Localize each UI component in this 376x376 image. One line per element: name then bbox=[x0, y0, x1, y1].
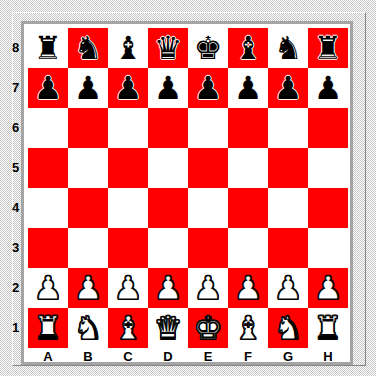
square-e3[interactable] bbox=[188, 228, 228, 268]
square-c7[interactable]: ♟ bbox=[108, 68, 148, 108]
square-d1[interactable]: ♛ bbox=[148, 308, 188, 348]
square-h2[interactable]: ♟ bbox=[308, 268, 348, 308]
square-h5[interactable] bbox=[308, 148, 348, 188]
square-f2[interactable]: ♟ bbox=[228, 268, 268, 308]
square-e1[interactable]: ♚ bbox=[188, 308, 228, 348]
square-f1[interactable]: ♝ bbox=[228, 308, 268, 348]
square-h3[interactable] bbox=[308, 228, 348, 268]
file-label-h: H bbox=[308, 350, 348, 363]
square-a6[interactable] bbox=[28, 108, 68, 148]
square-b1[interactable]: ♞ bbox=[68, 308, 108, 348]
square-e6[interactable] bbox=[188, 108, 228, 148]
square-d6[interactable] bbox=[148, 108, 188, 148]
piece-white-bishop[interactable]: ♝ bbox=[114, 312, 143, 344]
file-label-f: F bbox=[228, 350, 268, 363]
piece-black-pawn[interactable]: ♟ bbox=[194, 72, 223, 104]
square-c6[interactable] bbox=[108, 108, 148, 148]
square-c2[interactable]: ♟ bbox=[108, 268, 148, 308]
file-label-g: G bbox=[268, 350, 308, 363]
square-e7[interactable]: ♟ bbox=[188, 68, 228, 108]
square-d8[interactable]: ♛ bbox=[148, 28, 188, 68]
square-d3[interactable] bbox=[148, 228, 188, 268]
square-f3[interactable] bbox=[228, 228, 268, 268]
piece-white-pawn[interactable]: ♟ bbox=[194, 272, 223, 304]
desktop-background: { "game": "chess", "position": "rnbqkbnr… bbox=[0, 0, 376, 376]
square-g6[interactable] bbox=[268, 108, 308, 148]
piece-white-rook[interactable]: ♜ bbox=[314, 312, 343, 344]
piece-black-pawn[interactable]: ♟ bbox=[34, 72, 63, 104]
square-c1[interactable]: ♝ bbox=[108, 308, 148, 348]
square-b4[interactable] bbox=[68, 188, 108, 228]
square-c4[interactable] bbox=[108, 188, 148, 228]
piece-black-bishop[interactable]: ♝ bbox=[234, 32, 263, 64]
piece-black-bishop[interactable]: ♝ bbox=[114, 32, 143, 64]
chess-board[interactable]: ♜♞♝♛♚♝♞♜♟♟♟♟♟♟♟♟♟♟♟♟♟♟♟♟♜♞♝♛♚♝♞♜ bbox=[28, 28, 348, 348]
square-b8[interactable]: ♞ bbox=[68, 28, 108, 68]
square-g5[interactable] bbox=[268, 148, 308, 188]
square-g3[interactable] bbox=[268, 228, 308, 268]
square-a2[interactable]: ♟ bbox=[28, 268, 68, 308]
square-d5[interactable] bbox=[148, 148, 188, 188]
square-h7[interactable]: ♟ bbox=[308, 68, 348, 108]
piece-black-queen[interactable]: ♛ bbox=[154, 32, 183, 64]
square-f5[interactable] bbox=[228, 148, 268, 188]
square-h8[interactable]: ♜ bbox=[308, 28, 348, 68]
square-h1[interactable]: ♜ bbox=[308, 308, 348, 348]
file-label-c: C bbox=[108, 350, 148, 363]
piece-black-pawn[interactable]: ♟ bbox=[114, 72, 143, 104]
piece-white-pawn[interactable]: ♟ bbox=[34, 272, 63, 304]
rank-label-7: 7 bbox=[9, 68, 22, 108]
square-g8[interactable]: ♞ bbox=[268, 28, 308, 68]
rank-label-4: 4 bbox=[9, 188, 22, 228]
piece-black-knight[interactable]: ♞ bbox=[74, 32, 103, 64]
file-label-b: B bbox=[68, 350, 108, 363]
rank-label-2: 2 bbox=[9, 268, 22, 308]
rank-labels: 87654321 bbox=[9, 28, 22, 348]
piece-black-rook[interactable]: ♜ bbox=[314, 32, 343, 64]
square-b7[interactable]: ♟ bbox=[68, 68, 108, 108]
piece-black-rook[interactable]: ♜ bbox=[34, 32, 63, 64]
piece-white-knight[interactable]: ♞ bbox=[274, 312, 303, 344]
square-b3[interactable] bbox=[68, 228, 108, 268]
square-f7[interactable]: ♟ bbox=[228, 68, 268, 108]
piece-white-pawn[interactable]: ♟ bbox=[154, 272, 183, 304]
piece-black-pawn[interactable]: ♟ bbox=[274, 72, 303, 104]
square-a1[interactable]: ♜ bbox=[28, 308, 68, 348]
piece-white-queen[interactable]: ♛ bbox=[154, 312, 183, 344]
rank-label-5: 5 bbox=[9, 148, 22, 188]
square-f4[interactable] bbox=[228, 188, 268, 228]
square-f8[interactable]: ♝ bbox=[228, 28, 268, 68]
piece-black-pawn[interactable]: ♟ bbox=[234, 72, 263, 104]
square-a5[interactable] bbox=[28, 148, 68, 188]
square-a8[interactable]: ♜ bbox=[28, 28, 68, 68]
file-label-a: A bbox=[28, 350, 68, 363]
square-d4[interactable] bbox=[148, 188, 188, 228]
rank-label-1: 1 bbox=[9, 308, 22, 348]
file-label-d: D bbox=[148, 350, 188, 363]
square-g7[interactable]: ♟ bbox=[268, 68, 308, 108]
square-c8[interactable]: ♝ bbox=[108, 28, 148, 68]
rank-label-3: 3 bbox=[9, 228, 22, 268]
square-a7[interactable]: ♟ bbox=[28, 68, 68, 108]
piece-black-knight[interactable]: ♞ bbox=[274, 32, 303, 64]
piece-white-pawn[interactable]: ♟ bbox=[274, 272, 303, 304]
square-c5[interactable] bbox=[108, 148, 148, 188]
square-b2[interactable]: ♟ bbox=[68, 268, 108, 308]
square-b6[interactable] bbox=[68, 108, 108, 148]
square-e2[interactable]: ♟ bbox=[188, 268, 228, 308]
piece-white-pawn[interactable]: ♟ bbox=[114, 272, 143, 304]
square-d7[interactable]: ♟ bbox=[148, 68, 188, 108]
piece-black-king[interactable]: ♚ bbox=[194, 32, 223, 64]
piece-black-pawn[interactable]: ♟ bbox=[154, 72, 183, 104]
square-g4[interactable] bbox=[268, 188, 308, 228]
rank-label-6: 6 bbox=[9, 108, 22, 148]
piece-white-bishop[interactable]: ♝ bbox=[234, 312, 263, 344]
square-h4[interactable] bbox=[308, 188, 348, 228]
square-e8[interactable]: ♚ bbox=[188, 28, 228, 68]
piece-white-knight[interactable]: ♞ bbox=[74, 312, 103, 344]
piece-black-pawn[interactable]: ♟ bbox=[74, 72, 103, 104]
square-e5[interactable] bbox=[188, 148, 228, 188]
square-a4[interactable] bbox=[28, 188, 68, 228]
square-b5[interactable] bbox=[68, 148, 108, 188]
piece-white-pawn[interactable]: ♟ bbox=[74, 272, 103, 304]
rank-label-8: 8 bbox=[9, 28, 22, 68]
piece-white-pawn[interactable]: ♟ bbox=[234, 272, 263, 304]
piece-black-pawn[interactable]: ♟ bbox=[314, 72, 343, 104]
file-label-e: E bbox=[188, 350, 228, 363]
piece-white-pawn[interactable]: ♟ bbox=[314, 272, 343, 304]
square-c3[interactable] bbox=[108, 228, 148, 268]
file-labels: ABCDEFGH bbox=[28, 350, 348, 363]
square-e4[interactable] bbox=[188, 188, 228, 228]
square-g1[interactable]: ♞ bbox=[268, 308, 308, 348]
square-f6[interactable] bbox=[228, 108, 268, 148]
square-a3[interactable] bbox=[28, 228, 68, 268]
square-h6[interactable] bbox=[308, 108, 348, 148]
square-d2[interactable]: ♟ bbox=[148, 268, 188, 308]
square-g2[interactable]: ♟ bbox=[268, 268, 308, 308]
piece-white-rook[interactable]: ♜ bbox=[34, 312, 63, 344]
piece-white-king[interactable]: ♚ bbox=[194, 312, 223, 344]
